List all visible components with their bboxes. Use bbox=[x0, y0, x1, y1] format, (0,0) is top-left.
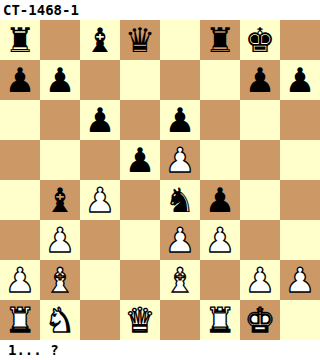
square-d6[interactable] bbox=[120, 100, 160, 140]
black-pawn[interactable]: ♟ bbox=[285, 60, 315, 100]
square-b8[interactable] bbox=[40, 20, 80, 60]
square-d5[interactable]: ♟ bbox=[120, 140, 160, 180]
white-pawn[interactable]: ♟ bbox=[285, 260, 315, 300]
square-a8[interactable]: ♜ bbox=[0, 20, 40, 60]
square-h5[interactable] bbox=[280, 140, 320, 180]
square-h8[interactable] bbox=[280, 20, 320, 60]
black-rook[interactable]: ♜ bbox=[205, 20, 235, 60]
square-a7[interactable]: ♟ bbox=[0, 60, 40, 100]
square-e2[interactable]: ♝ bbox=[160, 260, 200, 300]
square-a6[interactable] bbox=[0, 100, 40, 140]
square-h4[interactable] bbox=[280, 180, 320, 220]
square-e3[interactable]: ♟ bbox=[160, 220, 200, 260]
black-pawn[interactable]: ♟ bbox=[45, 60, 75, 100]
square-f2[interactable] bbox=[200, 260, 240, 300]
black-rook[interactable]: ♜ bbox=[5, 20, 35, 60]
square-f6[interactable] bbox=[200, 100, 240, 140]
white-pawn[interactable]: ♟ bbox=[85, 180, 115, 220]
square-g1[interactable]: ♚ bbox=[240, 300, 280, 340]
square-g3[interactable] bbox=[240, 220, 280, 260]
white-pawn[interactable]: ♟ bbox=[45, 220, 75, 260]
square-h6[interactable] bbox=[280, 100, 320, 140]
square-e7[interactable] bbox=[160, 60, 200, 100]
square-b1[interactable]: ♞ bbox=[40, 300, 80, 340]
white-bishop[interactable]: ♝ bbox=[45, 260, 75, 300]
square-f8[interactable]: ♜ bbox=[200, 20, 240, 60]
square-d2[interactable] bbox=[120, 260, 160, 300]
square-a4[interactable] bbox=[0, 180, 40, 220]
square-e1[interactable] bbox=[160, 300, 200, 340]
square-g4[interactable] bbox=[240, 180, 280, 220]
square-h2[interactable]: ♟ bbox=[280, 260, 320, 300]
square-f4[interactable]: ♟ bbox=[200, 180, 240, 220]
square-b7[interactable]: ♟ bbox=[40, 60, 80, 100]
square-c4[interactable]: ♟ bbox=[80, 180, 120, 220]
puzzle-id-label: CT-1468-1 bbox=[3, 0, 79, 20]
white-pawn[interactable]: ♟ bbox=[5, 260, 35, 300]
square-c7[interactable] bbox=[80, 60, 120, 100]
square-f1[interactable]: ♜ bbox=[200, 300, 240, 340]
square-e5[interactable]: ♟ bbox=[160, 140, 200, 180]
black-pawn[interactable]: ♟ bbox=[125, 140, 155, 180]
square-b5[interactable] bbox=[40, 140, 80, 180]
square-d7[interactable] bbox=[120, 60, 160, 100]
square-c5[interactable] bbox=[80, 140, 120, 180]
titlebar: CT-1468-1 bbox=[0, 0, 320, 20]
white-pawn[interactable]: ♟ bbox=[205, 220, 235, 260]
square-d3[interactable] bbox=[120, 220, 160, 260]
statusbar: 1... ? bbox=[0, 340, 320, 360]
square-f3[interactable]: ♟ bbox=[200, 220, 240, 260]
square-f7[interactable] bbox=[200, 60, 240, 100]
square-b2[interactable]: ♝ bbox=[40, 260, 80, 300]
black-pawn[interactable]: ♟ bbox=[245, 60, 275, 100]
square-a2[interactable]: ♟ bbox=[0, 260, 40, 300]
square-c1[interactable] bbox=[80, 300, 120, 340]
square-a5[interactable] bbox=[0, 140, 40, 180]
square-b3[interactable]: ♟ bbox=[40, 220, 80, 260]
chess-board: ♜♝♛♜♚♟♟♟♟♟♟♟♟♝♟♞♟♟♟♟♟♝♝♟♟♜♞♛♜♚ bbox=[0, 20, 320, 340]
square-a1[interactable]: ♜ bbox=[0, 300, 40, 340]
square-b4[interactable]: ♝ bbox=[40, 180, 80, 220]
square-g7[interactable]: ♟ bbox=[240, 60, 280, 100]
white-knight[interactable]: ♞ bbox=[45, 300, 75, 340]
square-h7[interactable]: ♟ bbox=[280, 60, 320, 100]
black-bishop[interactable]: ♝ bbox=[85, 20, 115, 60]
square-g6[interactable] bbox=[240, 100, 280, 140]
chess-puzzle-window: CT-1468-1 ♜♝♛♜♚♟♟♟♟♟♟♟♟♝♟♞♟♟♟♟♟♝♝♟♟♜♞♛♜♚… bbox=[0, 0, 320, 360]
black-king[interactable]: ♚ bbox=[245, 20, 275, 60]
black-pawn[interactable]: ♟ bbox=[165, 100, 195, 140]
square-c2[interactable] bbox=[80, 260, 120, 300]
black-queen[interactable]: ♛ bbox=[125, 20, 155, 60]
square-c3[interactable] bbox=[80, 220, 120, 260]
black-pawn[interactable]: ♟ bbox=[85, 100, 115, 140]
square-a3[interactable] bbox=[0, 220, 40, 260]
square-g5[interactable] bbox=[240, 140, 280, 180]
square-c8[interactable]: ♝ bbox=[80, 20, 120, 60]
square-d8[interactable]: ♛ bbox=[120, 20, 160, 60]
black-bishop[interactable]: ♝ bbox=[45, 180, 75, 220]
black-pawn[interactable]: ♟ bbox=[205, 180, 235, 220]
white-rook[interactable]: ♜ bbox=[5, 300, 35, 340]
white-queen[interactable]: ♛ bbox=[125, 300, 155, 340]
square-c6[interactable]: ♟ bbox=[80, 100, 120, 140]
white-pawn[interactable]: ♟ bbox=[165, 220, 195, 260]
square-g2[interactable]: ♟ bbox=[240, 260, 280, 300]
square-f5[interactable] bbox=[200, 140, 240, 180]
square-e8[interactable] bbox=[160, 20, 200, 60]
square-h3[interactable] bbox=[280, 220, 320, 260]
white-king[interactable]: ♚ bbox=[245, 300, 275, 340]
black-knight[interactable]: ♞ bbox=[165, 180, 195, 220]
white-pawn[interactable]: ♟ bbox=[245, 260, 275, 300]
white-rook[interactable]: ♜ bbox=[205, 300, 235, 340]
square-g8[interactable]: ♚ bbox=[240, 20, 280, 60]
white-pawn[interactable]: ♟ bbox=[165, 140, 195, 180]
white-bishop[interactable]: ♝ bbox=[165, 260, 195, 300]
square-e6[interactable]: ♟ bbox=[160, 100, 200, 140]
square-d4[interactable] bbox=[120, 180, 160, 220]
black-pawn[interactable]: ♟ bbox=[5, 60, 35, 100]
move-prompt-label: 1... ? bbox=[8, 340, 59, 360]
square-b6[interactable] bbox=[40, 100, 80, 140]
square-h1[interactable] bbox=[280, 300, 320, 340]
square-e4[interactable]: ♞ bbox=[160, 180, 200, 220]
square-d1[interactable]: ♛ bbox=[120, 300, 160, 340]
